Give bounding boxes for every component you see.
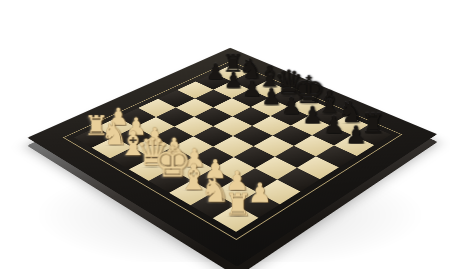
piece-white-rook-h1[interactable]: ♜ [222,163,254,220]
piece-black-pawn-h7[interactable]: ♟ [342,96,370,147]
board-scene: ♜♞♝♛♚♝♞♜♟♟♟♟♟♟♟♟♟♟♟♟♟♟♟♟♜♞♝♛♚♝♞♜ [0,0,450,269]
chess-set-photo: ♜♞♝♛♚♝♞♜♟♟♟♟♟♟♟♟♟♟♟♟♟♟♟♟♜♞♝♛♚♝♞♜ [0,0,450,269]
